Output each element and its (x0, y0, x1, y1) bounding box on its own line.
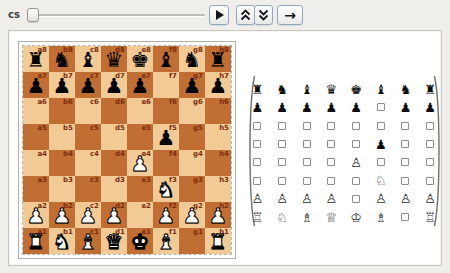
black-rook-glyph: ♜ (424, 83, 436, 96)
matrix-cell-b8: ♞ (270, 80, 295, 98)
empty-square-icon (303, 122, 311, 130)
empty-square-icon (426, 122, 434, 130)
white-rook-glyph: ♖ (252, 211, 264, 224)
matrix-cell-h1: ♖ (418, 208, 443, 226)
black-queen-piece: ♛ (101, 49, 127, 70)
square-g8: g8♞ (179, 46, 205, 72)
square-coord-label: d5 (115, 125, 125, 132)
square-coord-label: h4 (219, 151, 229, 158)
white-pawn-piece: ♟ (179, 205, 205, 226)
white-queen-piece: ♛ (101, 231, 127, 252)
matrix-cell-g1 (393, 208, 418, 226)
square-d6: d6 (101, 98, 127, 124)
right-arrow-icon: → (284, 8, 296, 22)
white-pawn-glyph: ♙ (424, 192, 436, 205)
square-d3: d3 (101, 176, 127, 202)
black-knight-glyph: ♞ (400, 83, 412, 96)
matrix-cell-a3 (245, 171, 270, 189)
matrix-cell-c8: ♝ (294, 80, 319, 98)
square-coord-label: b6 (63, 99, 73, 106)
cs-slider-track[interactable] (28, 14, 205, 17)
matrix-cell-b6 (270, 117, 295, 135)
slider-variable-label: cs (8, 9, 20, 20)
square-f1: f1♝ (153, 228, 179, 254)
square-c7: c7♟ (75, 72, 101, 98)
white-pawn-glyph: ♙ (276, 192, 288, 205)
white-bishop-piece: ♝ (153, 231, 179, 252)
matrix-cell-h6 (418, 117, 443, 135)
square-b6: b6 (49, 98, 75, 124)
square-a4: a4 (23, 150, 49, 176)
black-pawn-glyph: ♟ (350, 101, 362, 114)
matrix-cell-h3 (418, 171, 443, 189)
empty-square-icon (327, 158, 335, 166)
square-b2: b2♟ (49, 202, 75, 228)
white-bishop-glyph: ♗ (375, 211, 387, 224)
empty-square-icon (278, 122, 286, 130)
white-pawn-piece: ♟ (127, 153, 153, 174)
play-button[interactable] (209, 5, 229, 25)
matrix-cell-f5: ♟ (368, 135, 393, 153)
faster-button[interactable] (236, 5, 255, 25)
empty-square-icon (352, 177, 360, 185)
square-coord-label: c4 (90, 151, 99, 158)
slower-button[interactable] (254, 5, 273, 25)
black-pawn-piece: ♟ (205, 75, 231, 96)
square-a1: a1♜ (23, 228, 49, 254)
empty-square-icon (303, 177, 311, 185)
square-coord-label: c5 (90, 125, 99, 132)
square-e4: e4♟ (127, 150, 153, 176)
square-c5: c5 (75, 124, 101, 150)
matrix-cell-b4 (270, 153, 295, 171)
square-e6: e6 (127, 98, 153, 124)
matrix-cell-d5 (319, 135, 344, 153)
matrix-cell-d8: ♛ (319, 80, 344, 98)
square-coord-label: e3 (141, 177, 151, 184)
square-c6: c6 (75, 98, 101, 124)
square-coord-label: b3 (63, 177, 73, 184)
white-pawn-piece: ♟ (153, 205, 179, 226)
square-coord-label: g5 (193, 125, 203, 132)
matrix-cell-c3 (294, 171, 319, 189)
square-coord-label: f4 (169, 151, 177, 158)
square-f6: f6 (153, 98, 179, 124)
black-pawn-glyph: ♟ (326, 101, 338, 114)
empty-square-icon (253, 177, 261, 185)
empty-square-icon (426, 140, 434, 148)
square-e2: e2 (127, 202, 153, 228)
double-chevron-down-icon (258, 9, 269, 21)
matrix-cell-h8: ♜ (418, 80, 443, 98)
matrix-cell-e5 (344, 135, 369, 153)
matrix-cell-c4 (294, 153, 319, 171)
matrix-cell-d3 (319, 171, 344, 189)
black-king-piece: ♚ (127, 49, 153, 70)
square-coord-label: b5 (63, 125, 73, 132)
matrix-cell-c7: ♟ (294, 98, 319, 116)
square-coord-label: h5 (219, 125, 229, 132)
square-e1: e1♚ (127, 228, 153, 254)
matrix-cell-d6 (319, 117, 344, 135)
matrix-cell-g3 (393, 171, 418, 189)
square-g7: g7♟ (179, 72, 205, 98)
black-pawn-glyph: ♟ (301, 101, 313, 114)
matrix-cell-d4 (319, 153, 344, 171)
white-queen-glyph: ♕ (326, 211, 338, 224)
square-b3: b3 (49, 176, 75, 202)
square-g5: g5 (179, 124, 205, 150)
black-pawn-piece: ♟ (101, 75, 127, 96)
square-d4: d4 (101, 150, 127, 176)
matrix-cell-e1: ♔ (344, 208, 369, 226)
square-coord-label: a3 (37, 177, 47, 184)
square-coord-label: d4 (115, 151, 125, 158)
black-pawn-glyph: ♟ (276, 101, 288, 114)
square-a8: a8♜ (23, 46, 49, 72)
empty-square-icon (327, 177, 335, 185)
empty-square-icon (327, 140, 335, 148)
square-h1: h1♜ (205, 228, 231, 254)
empty-square-icon (352, 140, 360, 148)
white-bishop-glyph: ♗ (301, 211, 313, 224)
square-b5: b5 (49, 124, 75, 150)
white-pawn-glyph: ♙ (326, 192, 338, 205)
white-king-glyph: ♔ (350, 211, 362, 224)
square-coord-label: e2 (141, 203, 151, 210)
empty-square-icon (352, 122, 360, 130)
black-pawn-piece: ♟ (153, 127, 179, 148)
matrix-cell-f8: ♝ (368, 80, 393, 98)
matrix-cell-c5 (294, 135, 319, 153)
black-pawn-piece: ♟ (49, 75, 75, 96)
matrix-cell-g8: ♞ (393, 80, 418, 98)
square-h5: h5 (205, 124, 231, 150)
matrix-cell-d7: ♟ (319, 98, 344, 116)
square-coord-label: a5 (37, 125, 47, 132)
animation-toolbar: cs → (0, 0, 450, 30)
matrix-cell-c6 (294, 117, 319, 135)
black-pawn-piece: ♟ (75, 75, 101, 96)
play-icon (216, 10, 224, 20)
square-h7: h7♟ (205, 72, 231, 98)
matrix-cell-a1: ♖ (245, 208, 270, 226)
square-h6: h6 (205, 98, 231, 124)
square-coord-label: a4 (37, 151, 47, 158)
black-knight-piece: ♞ (179, 49, 205, 70)
empty-square-icon (426, 177, 434, 185)
white-knight-glyph: ♘ (375, 174, 387, 187)
matrix-cell-h2: ♙ (418, 190, 443, 208)
square-g4: g4 (179, 150, 205, 176)
empty-square-icon (278, 158, 286, 166)
square-coord-label: h6 (219, 99, 229, 106)
white-knight-piece: ♞ (153, 179, 179, 200)
square-a5: a5 (23, 124, 49, 150)
board-matrix: ♜♞♝♛♚♝♞♜♟♟♟♟♟♟♟♟♙♘♙♙♙♙♙♙♙♖♘♗♕♔♗♖ (245, 80, 443, 226)
square-g6: g6 (179, 98, 205, 124)
square-coord-label: g1 (193, 229, 203, 236)
empty-square-icon (377, 103, 385, 111)
matrix-cell-a2: ♙ (245, 190, 270, 208)
black-queen-glyph: ♛ (326, 83, 338, 96)
white-pawn-glyph: ♙ (375, 192, 387, 205)
empty-square-icon (377, 122, 385, 130)
black-pawn-piece: ♟ (23, 75, 49, 96)
square-d7: d7♟ (101, 72, 127, 98)
square-c3: c3 (75, 176, 101, 202)
square-c8: c8♝ (75, 46, 101, 72)
matrix-cell-g2: ♙ (393, 190, 418, 208)
square-d1: d1♛ (101, 228, 127, 254)
square-b4: b4 (49, 150, 75, 176)
empty-square-icon (303, 158, 311, 166)
square-f3: f3♞ (153, 176, 179, 202)
square-b8: b8♞ (49, 46, 75, 72)
square-coord-label: g3 (193, 177, 203, 184)
square-coord-label: c3 (90, 177, 99, 184)
white-pawn-piece: ♟ (205, 205, 231, 226)
matrix-cell-a4 (245, 153, 270, 171)
matrix-cell-f3: ♘ (368, 171, 393, 189)
black-pawn-glyph: ♟ (375, 138, 387, 151)
white-king-piece: ♚ (127, 231, 153, 252)
square-coord-label: g4 (193, 151, 203, 158)
matrix-cell-g4 (393, 153, 418, 171)
black-pawn-glyph: ♟ (424, 101, 436, 114)
empty-square-icon (401, 140, 409, 148)
matrix-cell-c1: ♗ (294, 208, 319, 226)
square-f7: f7 (153, 72, 179, 98)
square-e7: e7♟ (127, 72, 153, 98)
black-bishop-piece: ♝ (153, 49, 179, 70)
square-coord-label: c6 (90, 99, 99, 106)
square-coord-label: f6 (169, 99, 177, 106)
black-rook-piece: ♜ (205, 49, 231, 70)
empty-square-icon (401, 177, 409, 185)
square-d8: d8♛ (101, 46, 127, 72)
black-bishop-glyph: ♝ (301, 83, 313, 96)
square-f8: f8♝ (153, 46, 179, 72)
square-e3: e3 (127, 176, 153, 202)
matrix-cell-h4 (418, 153, 443, 171)
black-bishop-glyph: ♝ (375, 83, 387, 96)
matrix-cell-f6 (368, 117, 393, 135)
black-pawn-glyph: ♟ (252, 101, 264, 114)
matrix-cell-a5 (245, 135, 270, 153)
cs-slider-thumb[interactable] (27, 8, 39, 22)
matrix-cell-d1: ♕ (319, 208, 344, 226)
square-coord-label: a6 (37, 99, 47, 106)
square-h2: h2♟ (205, 202, 231, 228)
square-coord-label: d3 (115, 177, 125, 184)
square-h8: h8♜ (205, 46, 231, 72)
white-pawn-piece: ♟ (101, 205, 127, 226)
square-a2: a2♟ (23, 202, 49, 228)
empty-square-icon (327, 122, 335, 130)
square-b7: b7♟ (49, 72, 75, 98)
matrix-cell-b7: ♟ (270, 98, 295, 116)
matrix-cell-f4 (368, 153, 393, 171)
matrix-cell-d2: ♙ (319, 190, 344, 208)
black-pawn-piece: ♟ (179, 75, 205, 96)
square-g3: g3 (179, 176, 205, 202)
matrix-cell-e2 (344, 190, 369, 208)
square-a3: a3 (23, 176, 49, 202)
matrix-cell-e3 (344, 171, 369, 189)
chessboard-frame: a8♜b8♞c8♝d8♛e8♚f8♝g8♞h8♜a7♟b7♟c7♟d7♟e7♟f… (18, 41, 236, 259)
white-rook-piece: ♜ (205, 231, 231, 252)
black-pawn-piece: ♟ (127, 75, 153, 96)
square-f5: f5♟ (153, 124, 179, 150)
white-knight-piece: ♞ (49, 231, 75, 252)
matrix-cell-e7: ♟ (344, 98, 369, 116)
white-pawn-piece: ♟ (23, 205, 49, 226)
square-coord-label: g6 (193, 99, 203, 106)
square-c4: c4 (75, 150, 101, 176)
matrix-cell-e4: ♙ (344, 153, 369, 171)
square-e5: e5 (127, 124, 153, 150)
white-rook-glyph: ♖ (424, 211, 436, 224)
square-f2: f2♟ (153, 202, 179, 228)
white-pawn-glyph: ♙ (400, 192, 412, 205)
matrix-cell-a7: ♟ (245, 98, 270, 116)
white-pawn-piece: ♟ (49, 205, 75, 226)
square-coord-label: e5 (141, 125, 151, 132)
square-c2: c2♟ (75, 202, 101, 228)
matrix-cell-f7 (368, 98, 393, 116)
white-pawn-piece: ♟ (75, 205, 101, 226)
matrix-cell-a6 (245, 117, 270, 135)
matrix-cell-b1: ♘ (270, 208, 295, 226)
square-f4: f4 (153, 150, 179, 176)
square-coord-label: e6 (141, 99, 151, 106)
white-pawn-glyph: ♙ (350, 156, 362, 169)
chessboard: a8♜b8♞c8♝d8♛e8♚f8♝g8♞h8♜a7♟b7♟c7♟d7♟e7♟f… (22, 45, 232, 255)
matrix-cell-e8: ♚ (344, 80, 369, 98)
white-knight-glyph: ♘ (276, 211, 288, 224)
square-h3: h3 (205, 176, 231, 202)
empty-square-icon (401, 158, 409, 166)
matrix-cell-f2: ♙ (368, 190, 393, 208)
square-d2: d2♟ (101, 202, 127, 228)
output-panel: a8♜b8♞c8♝d8♛e8♚f8♝g8♞h8♜a7♟b7♟c7♟d7♟e7♟f… (8, 30, 442, 266)
white-rook-piece: ♜ (23, 231, 49, 252)
white-bishop-piece: ♝ (75, 231, 101, 252)
empty-square-icon (426, 158, 434, 166)
empty-square-icon (401, 122, 409, 130)
square-coord-label: f7 (169, 73, 177, 80)
matrix-cell-b2: ♙ (270, 190, 295, 208)
square-b1: b1♞ (49, 228, 75, 254)
square-d5: d5 (101, 124, 127, 150)
double-chevron-up-icon (240, 9, 251, 21)
matrix-cell-g7: ♟ (393, 98, 418, 116)
empty-square-icon (253, 158, 261, 166)
empty-square-icon (401, 213, 409, 221)
black-knight-glyph: ♞ (276, 83, 288, 96)
empty-square-icon (352, 195, 360, 203)
matrix-cell-c2: ♙ (294, 190, 319, 208)
square-coord-label: h3 (219, 177, 229, 184)
matrix-cell-b5 (270, 135, 295, 153)
empty-square-icon (377, 158, 385, 166)
square-c1: c1♝ (75, 228, 101, 254)
white-pawn-glyph: ♙ (252, 192, 264, 205)
matrix-cell-g5 (393, 135, 418, 153)
matrix-cell-b3 (270, 171, 295, 189)
square-g1: g1 (179, 228, 205, 254)
black-rook-glyph: ♜ (252, 83, 264, 96)
square-e8: e8♚ (127, 46, 153, 72)
empty-square-icon (253, 140, 261, 148)
empty-square-icon (253, 122, 261, 130)
square-a6: a6 (23, 98, 49, 124)
empty-square-icon (303, 140, 311, 148)
black-king-glyph: ♚ (350, 83, 362, 96)
black-rook-piece: ♜ (23, 49, 49, 70)
empty-square-icon (278, 177, 286, 185)
square-h4: h4 (205, 150, 231, 176)
matrix-cell-h5 (418, 135, 443, 153)
black-pawn-glyph: ♟ (400, 101, 412, 114)
matrix-cell-a8: ♜ (245, 80, 270, 98)
square-g2: g2♟ (179, 202, 205, 228)
square-coord-label: b4 (63, 151, 73, 158)
matrix-cell-e6 (344, 117, 369, 135)
black-knight-piece: ♞ (49, 49, 75, 70)
empty-square-icon (278, 140, 286, 148)
square-coord-label: d6 (115, 99, 125, 106)
white-pawn-glyph: ♙ (301, 192, 313, 205)
matrix-cell-h7: ♟ (418, 98, 443, 116)
matrix-cell-f1: ♗ (368, 208, 393, 226)
square-a7: a7♟ (23, 72, 49, 98)
direction-button[interactable]: → (277, 5, 303, 25)
matrix-cell-g6 (393, 117, 418, 135)
black-bishop-piece: ♝ (75, 49, 101, 70)
